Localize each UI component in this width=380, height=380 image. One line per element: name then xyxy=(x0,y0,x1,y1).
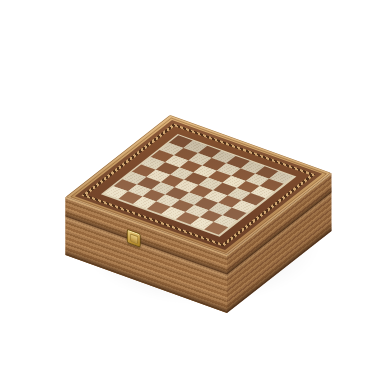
product-photo-canvas xyxy=(0,0,380,380)
brass-clasp-plate xyxy=(130,233,138,244)
brass-clasp xyxy=(127,229,141,248)
